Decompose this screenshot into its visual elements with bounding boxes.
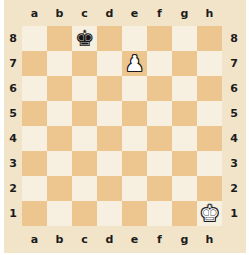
square-h4[interactable] — [197, 126, 222, 151]
square-h6[interactable] — [197, 76, 222, 101]
file-label-top-d: d — [97, 0, 122, 26]
square-c5[interactable] — [72, 101, 97, 126]
rank-label-right-1: 1 — [222, 201, 246, 226]
white-pawn[interactable]: ♟ — [122, 51, 147, 76]
square-b8[interactable] — [47, 26, 72, 51]
file-label-bottom-e: e — [122, 226, 147, 253]
square-d1[interactable] — [97, 201, 122, 226]
file-label-top-c: c — [72, 0, 97, 26]
square-g8[interactable] — [172, 26, 197, 51]
square-b2[interactable] — [47, 176, 72, 201]
square-a8[interactable] — [22, 26, 47, 51]
rank-label-left-3: 3 — [4, 151, 22, 176]
square-b7[interactable] — [47, 51, 72, 76]
square-b4[interactable] — [47, 126, 72, 151]
square-h3[interactable] — [197, 151, 222, 176]
square-e6[interactable] — [122, 76, 147, 101]
square-d3[interactable] — [97, 151, 122, 176]
square-f3[interactable] — [147, 151, 172, 176]
square-f1[interactable] — [147, 201, 172, 226]
square-g6[interactable] — [172, 76, 197, 101]
file-label-top-b: b — [47, 0, 72, 26]
chess-diagram-panel: abcdefgh8♚87♟766554433221♚1abcdefgh — [4, 0, 246, 253]
file-label-bottom-b: b — [47, 226, 72, 253]
white-king[interactable]: ♚ — [197, 201, 222, 226]
file-label-bottom-g: g — [172, 226, 197, 253]
square-a6[interactable] — [22, 76, 47, 101]
board-corner-spacer — [222, 226, 246, 253]
square-b3[interactable] — [47, 151, 72, 176]
rank-label-left-4: 4 — [4, 126, 22, 151]
square-d5[interactable] — [97, 101, 122, 126]
square-a2[interactable] — [22, 176, 47, 201]
square-f8[interactable] — [147, 26, 172, 51]
square-f7[interactable] — [147, 51, 172, 76]
rank-label-right-3: 3 — [222, 151, 246, 176]
board-corner-spacer — [222, 0, 246, 26]
square-b1[interactable] — [47, 201, 72, 226]
square-e8[interactable] — [122, 26, 147, 51]
square-c8[interactable]: ♚ — [72, 26, 97, 51]
square-e4[interactable] — [122, 126, 147, 151]
rank-label-left-1: 1 — [4, 201, 22, 226]
square-e1[interactable] — [122, 201, 147, 226]
square-e5[interactable] — [122, 101, 147, 126]
square-g4[interactable] — [172, 126, 197, 151]
square-g3[interactable] — [172, 151, 197, 176]
square-c4[interactable] — [72, 126, 97, 151]
square-h8[interactable] — [197, 26, 222, 51]
square-d8[interactable] — [97, 26, 122, 51]
square-h1[interactable]: ♚ — [197, 201, 222, 226]
square-a5[interactable] — [22, 101, 47, 126]
square-c7[interactable] — [72, 51, 97, 76]
file-label-bottom-a: a — [22, 226, 47, 253]
square-h5[interactable] — [197, 101, 222, 126]
file-label-top-a: a — [22, 0, 47, 26]
square-c6[interactable] — [72, 76, 97, 101]
square-a3[interactable] — [22, 151, 47, 176]
rank-label-left-2: 2 — [4, 176, 22, 201]
file-label-top-h: h — [197, 0, 222, 26]
rank-label-right-2: 2 — [222, 176, 246, 201]
rank-label-right-5: 5 — [222, 101, 246, 126]
square-a1[interactable] — [22, 201, 47, 226]
square-f4[interactable] — [147, 126, 172, 151]
rank-label-right-7: 7 — [222, 51, 246, 76]
chess-board: abcdefgh8♚87♟766554433221♚1abcdefgh — [4, 0, 246, 253]
rank-label-left-6: 6 — [4, 76, 22, 101]
rank-label-right-4: 4 — [222, 126, 246, 151]
file-label-bottom-f: f — [147, 226, 172, 253]
square-f5[interactable] — [147, 101, 172, 126]
file-label-bottom-c: c — [72, 226, 97, 253]
square-g2[interactable] — [172, 176, 197, 201]
square-b5[interactable] — [47, 101, 72, 126]
file-label-bottom-d: d — [97, 226, 122, 253]
square-h2[interactable] — [197, 176, 222, 201]
square-e2[interactable] — [122, 176, 147, 201]
square-h7[interactable] — [197, 51, 222, 76]
rank-label-left-8: 8 — [4, 26, 22, 51]
square-c2[interactable] — [72, 176, 97, 201]
square-d2[interactable] — [97, 176, 122, 201]
square-f2[interactable] — [147, 176, 172, 201]
rank-label-right-6: 6 — [222, 76, 246, 101]
square-e3[interactable] — [122, 151, 147, 176]
square-g5[interactable] — [172, 101, 197, 126]
square-g7[interactable] — [172, 51, 197, 76]
file-label-top-g: g — [172, 0, 197, 26]
rank-label-left-7: 7 — [4, 51, 22, 76]
square-e7[interactable]: ♟ — [122, 51, 147, 76]
square-g1[interactable] — [172, 201, 197, 226]
file-label-bottom-h: h — [197, 226, 222, 253]
board-corner-spacer — [4, 0, 22, 26]
square-c1[interactable] — [72, 201, 97, 226]
file-label-top-e: e — [122, 0, 147, 26]
square-f6[interactable] — [147, 76, 172, 101]
square-d4[interactable] — [97, 126, 122, 151]
square-d7[interactable] — [97, 51, 122, 76]
square-b6[interactable] — [47, 76, 72, 101]
rank-label-left-5: 5 — [4, 101, 22, 126]
square-a7[interactable] — [22, 51, 47, 76]
square-c3[interactable] — [72, 151, 97, 176]
rank-label-right-8: 8 — [222, 26, 246, 51]
file-label-top-f: f — [147, 0, 172, 26]
black-king[interactable]: ♚ — [72, 26, 97, 51]
board-corner-spacer — [4, 226, 22, 253]
square-a4[interactable] — [22, 126, 47, 151]
square-d6[interactable] — [97, 76, 122, 101]
